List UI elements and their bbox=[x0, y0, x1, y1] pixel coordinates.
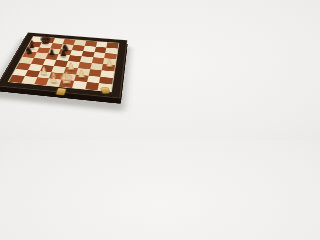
piece-white-pawn: ♟ bbox=[105, 59, 113, 68]
brass-clasp-icon bbox=[56, 88, 66, 95]
board-scene: ♚♝♞♞♟♟♟♟♟♟♝♚ bbox=[0, 0, 140, 140]
piece-black-pawn: ♟ bbox=[59, 49, 67, 58]
piece-black-knight: ♞ bbox=[24, 45, 33, 55]
piece-black-king: ♚ bbox=[39, 33, 51, 46]
chess-board: ♚♝♞♞♟♟♟♟♟♟♝♚ bbox=[0, 32, 127, 98]
piece-black-pawn: ♟ bbox=[48, 48, 56, 57]
brass-clasp-icon bbox=[101, 88, 109, 94]
piece-white-pawn: ♟ bbox=[77, 70, 86, 80]
piece-white-king: ♚ bbox=[60, 70, 74, 85]
chess-set-product-photo: { "game": "chess", "scene": { "backgroun… bbox=[0, 0, 140, 140]
piece-white-pawn: ♟ bbox=[39, 66, 48, 76]
piece-white-bishop: ♝ bbox=[48, 72, 59, 84]
